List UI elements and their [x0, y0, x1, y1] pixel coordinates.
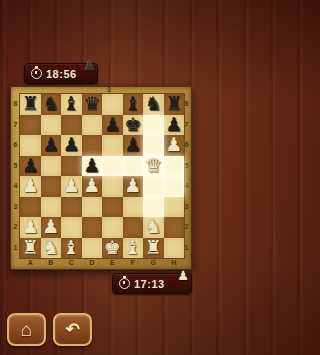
- square-d8[interactable]: ♛: [82, 94, 103, 115]
- square-b7[interactable]: [41, 115, 62, 136]
- square-g6[interactable]: [143, 135, 164, 156]
- rank-label-left-6: 6: [12, 141, 19, 148]
- file-label-F: F: [123, 259, 144, 266]
- white-pawn: ♟: [20, 174, 41, 196]
- chess-board-frame: 3 ♜♞♝♛♝♞♜♟♚♟♟♟♟♟♟♟♛♟♟♟♟♟♟♞♜♞♝♚♝♜ 8765432…: [10, 86, 192, 270]
- white-rook: ♜: [20, 236, 41, 258]
- square-a4[interactable]: ♟: [20, 176, 41, 197]
- square-h5[interactable]: [164, 156, 185, 177]
- square-a1[interactable]: ♜: [20, 238, 41, 259]
- square-d1[interactable]: [82, 238, 103, 259]
- chess-board: ♜♞♝♛♝♞♜♟♚♟♟♟♟♟♟♟♛♟♟♟♟♟♟♞♜♞♝♚♝♜: [20, 94, 184, 258]
- black-pawn-icon: ♟: [83, 59, 95, 72]
- chess-app-screen: { "game": "chess", "theme": "classic-woo…: [0, 0, 200, 355]
- rank-label-right-8: 8: [183, 100, 190, 107]
- rank-label-right-2: 2: [183, 223, 190, 230]
- square-d7[interactable]: [82, 115, 103, 136]
- black-pawn: ♟: [20, 154, 41, 176]
- white-knight: ♞: [143, 215, 164, 237]
- square-f1[interactable]: ♝: [123, 238, 144, 259]
- rank-label-right-6: 6: [183, 141, 190, 148]
- square-c6[interactable]: ♟: [61, 135, 82, 156]
- square-g8[interactable]: ♞: [143, 94, 164, 115]
- black-bishop: ♝: [123, 92, 144, 114]
- square-g4[interactable]: [143, 176, 164, 197]
- file-label-D: D: [82, 259, 103, 266]
- black-knight: ♞: [41, 92, 62, 114]
- square-d6[interactable]: [82, 135, 103, 156]
- square-e3[interactable]: [102, 197, 123, 218]
- square-h7[interactable]: ♟: [164, 115, 185, 136]
- square-b6[interactable]: ♟: [41, 135, 62, 156]
- square-a5[interactable]: ♟: [20, 156, 41, 177]
- black-time-value: 18:56: [46, 68, 77, 80]
- rank-label-left-8: 8: [12, 100, 19, 107]
- rank-label-right-7: 7: [183, 121, 190, 128]
- rank-label-left-1: 1: [12, 244, 19, 251]
- square-a7[interactable]: [20, 115, 41, 136]
- white-pawn: ♟: [61, 174, 82, 196]
- square-h2[interactable]: [164, 217, 185, 238]
- square-g3[interactable]: [143, 197, 164, 218]
- square-f4[interactable]: ♟: [123, 176, 144, 197]
- square-e6[interactable]: [102, 135, 123, 156]
- white-pawn: ♟: [164, 133, 185, 155]
- square-c5[interactable]: [61, 156, 82, 177]
- square-c8[interactable]: ♝: [61, 94, 82, 115]
- square-f6[interactable]: ♟: [123, 135, 144, 156]
- square-f5[interactable]: [123, 156, 144, 177]
- white-pawn-icon: ♟: [177, 269, 189, 282]
- black-rook: ♜: [20, 92, 41, 114]
- square-d3[interactable]: [82, 197, 103, 218]
- square-b4[interactable]: [41, 176, 62, 197]
- rank-label-right-4: 4: [183, 182, 190, 189]
- square-h1[interactable]: [164, 238, 185, 259]
- square-b2[interactable]: ♟: [41, 217, 62, 238]
- white-bishop: ♝: [123, 236, 144, 258]
- black-knight: ♞: [143, 92, 164, 114]
- undo-icon: ↶: [65, 321, 79, 338]
- square-e5[interactable]: [102, 156, 123, 177]
- square-h6[interactable]: ♟: [164, 135, 185, 156]
- square-c3[interactable]: [61, 197, 82, 218]
- rank-label-left-7: 7: [12, 121, 19, 128]
- white-bishop: ♝: [61, 236, 82, 258]
- rank-label-left-5: 5: [12, 162, 19, 169]
- home-button[interactable]: ⌂: [7, 313, 46, 346]
- square-e7[interactable]: ♟: [102, 115, 123, 136]
- file-label-B: B: [41, 259, 62, 266]
- square-d5[interactable]: ♟: [82, 156, 103, 177]
- rank-label-left-4: 4: [12, 182, 19, 189]
- file-label-A: A: [20, 259, 41, 266]
- white-knight: ♞: [41, 236, 62, 258]
- white-rook: ♜: [143, 236, 164, 258]
- square-f2[interactable]: [123, 217, 144, 238]
- black-king: ♚: [123, 113, 144, 135]
- stopwatch-icon: [31, 68, 42, 79]
- square-f3[interactable]: [123, 197, 144, 218]
- file-label-C: C: [61, 259, 82, 266]
- square-a8[interactable]: ♜: [20, 94, 41, 115]
- square-g5[interactable]: ♛: [143, 156, 164, 177]
- square-g1[interactable]: ♜: [143, 238, 164, 259]
- white-pawn: ♟: [20, 215, 41, 237]
- white-king: ♚: [102, 236, 123, 258]
- square-b3[interactable]: [41, 197, 62, 218]
- white-pawn: ♟: [82, 174, 103, 196]
- file-label-H: H: [164, 259, 185, 266]
- file-label-G: G: [143, 259, 164, 266]
- white-timer: 17:13 ♟: [112, 273, 192, 294]
- stopwatch-icon: [119, 278, 130, 289]
- square-h4[interactable]: [164, 176, 185, 197]
- white-queen: ♛: [143, 154, 164, 176]
- square-e4[interactable]: [102, 176, 123, 197]
- black-pawn: ♟: [82, 154, 103, 176]
- black-bishop: ♝: [61, 92, 82, 114]
- square-g2[interactable]: ♞: [143, 217, 164, 238]
- undo-button[interactable]: ↶: [53, 313, 92, 346]
- black-rook: ♜: [164, 92, 185, 114]
- square-e2[interactable]: [102, 217, 123, 238]
- square-b8[interactable]: ♞: [41, 94, 62, 115]
- black-timer: 18:56 ♟: [24, 63, 98, 84]
- square-b5[interactable]: [41, 156, 62, 177]
- square-h8[interactable]: ♜: [164, 94, 185, 115]
- square-c4[interactable]: ♟: [61, 176, 82, 197]
- black-queen: ♛: [82, 92, 103, 114]
- square-g7[interactable]: [143, 115, 164, 136]
- rank-label-right-1: 1: [183, 244, 190, 251]
- black-pawn: ♟: [41, 133, 62, 155]
- black-pawn: ♟: [102, 113, 123, 135]
- square-h3[interactable]: [164, 197, 185, 218]
- square-d2[interactable]: [82, 217, 103, 238]
- black-pawn: ♟: [61, 133, 82, 155]
- top-frame-mark: 3: [104, 86, 114, 93]
- square-a3[interactable]: [20, 197, 41, 218]
- white-pawn: ♟: [123, 174, 144, 196]
- white-pawn: ♟: [41, 215, 62, 237]
- white-time-value: 17:13: [134, 278, 165, 290]
- square-e8[interactable]: [102, 94, 123, 115]
- rank-label-right-5: 5: [183, 162, 190, 169]
- square-f7[interactable]: ♚: [123, 115, 144, 136]
- square-c7[interactable]: [61, 115, 82, 136]
- square-e1[interactable]: ♚: [102, 238, 123, 259]
- square-c2[interactable]: [61, 217, 82, 238]
- square-d4[interactable]: ♟: [82, 176, 103, 197]
- black-pawn: ♟: [164, 113, 185, 135]
- black-pawn: ♟: [123, 133, 144, 155]
- rank-label-left-3: 3: [12, 203, 19, 210]
- square-a6[interactable]: [20, 135, 41, 156]
- rank-label-right-3: 3: [183, 203, 190, 210]
- square-b1[interactable]: ♞: [41, 238, 62, 259]
- square-a2[interactable]: ♟: [20, 217, 41, 238]
- square-c1[interactable]: ♝: [61, 238, 82, 259]
- square-f8[interactable]: ♝: [123, 94, 144, 115]
- file-label-E: E: [102, 259, 123, 266]
- rank-label-left-2: 2: [12, 223, 19, 230]
- home-icon: ⌂: [21, 320, 32, 339]
